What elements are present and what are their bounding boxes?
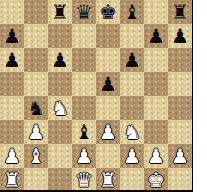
square-b7[interactable] (24, 24, 48, 48)
square-c3[interactable] (48, 120, 72, 144)
square-g4[interactable] (144, 96, 168, 120)
square-g6[interactable] (144, 48, 168, 72)
square-b3[interactable]: ♟ (24, 120, 48, 144)
square-g1[interactable]: ♚ (144, 168, 168, 192)
piece-white-pawn-e3: ♟ (96, 120, 120, 144)
piece-black-queen-d8: ♛ (72, 0, 96, 24)
piece-white-pawn-f2: ♟ (120, 144, 144, 168)
square-e4[interactable] (96, 96, 120, 120)
piece-black-pawn-g7: ♟ (144, 24, 168, 48)
piece-white-pawn-h2: ♟ (168, 144, 192, 168)
board-border-bottom (0, 190, 193, 192)
piece-black-pawn-h7: ♟ (168, 24, 192, 48)
piece-white-knight-c4: ♞ (48, 96, 72, 120)
piece-white-queen-d1: ♛ (72, 168, 96, 192)
square-h5[interactable] (168, 72, 192, 96)
square-a7[interactable]: ♟ (0, 24, 24, 48)
square-c1[interactable] (48, 168, 72, 192)
square-b5[interactable] (24, 72, 48, 96)
piece-black-pawn-e5: ♟ (96, 72, 120, 96)
square-h7[interactable]: ♟ (168, 24, 192, 48)
square-b2[interactable]: ♝ (24, 144, 48, 168)
piece-white-pawn-a2: ♟ (0, 144, 24, 168)
piece-white-pawn-d2: ♟ (72, 144, 96, 168)
square-b1[interactable] (24, 168, 48, 192)
square-d1[interactable]: ♛ (72, 168, 96, 192)
square-g3[interactable] (144, 120, 168, 144)
piece-black-king-e8: ♚ (96, 0, 120, 24)
piece-white-pawn-g2: ♟ (144, 144, 168, 168)
square-f5[interactable] (120, 72, 144, 96)
square-f8[interactable]: ♝ (120, 0, 144, 24)
square-c8[interactable]: ♜ (48, 0, 72, 24)
square-c4[interactable]: ♞ (48, 96, 72, 120)
square-f7[interactable] (120, 24, 144, 48)
piece-white-bishop-b2: ♝ (24, 144, 48, 168)
square-g5[interactable] (144, 72, 168, 96)
square-c6[interactable]: ♟ (48, 48, 72, 72)
piece-black-pawn-a6: ♟ (0, 48, 24, 72)
square-b6[interactable] (24, 48, 48, 72)
square-h6[interactable] (168, 48, 192, 72)
square-f4[interactable] (120, 96, 144, 120)
square-e7[interactable] (96, 24, 120, 48)
square-d3[interactable]: ♝ (72, 120, 96, 144)
square-d6[interactable] (72, 48, 96, 72)
square-a3[interactable] (0, 120, 24, 144)
square-d5[interactable] (72, 72, 96, 96)
square-f1[interactable] (120, 168, 144, 192)
square-a8[interactable] (0, 0, 24, 24)
square-d2[interactable]: ♟ (72, 144, 96, 168)
square-e2[interactable] (96, 144, 120, 168)
chess-app-window: ♜♛♚♝♜♟♟♟♟♟♟♟♞♞♟♝♟♞♟♝♟♟♟♟♜♛♜♚ (0, 0, 207, 192)
square-a1[interactable]: ♜ (0, 168, 24, 192)
square-b4[interactable]: ♞ (24, 96, 48, 120)
square-f6[interactable]: ♟ (120, 48, 144, 72)
piece-white-king-g1: ♚ (144, 168, 168, 192)
square-f2[interactable]: ♟ (120, 144, 144, 168)
piece-black-knight-b4: ♞ (24, 96, 48, 120)
piece-white-pawn-b3: ♟ (24, 120, 48, 144)
board-right-margin (193, 0, 207, 192)
square-e5[interactable]: ♟ (96, 72, 120, 96)
piece-black-rook-c8: ♜ (48, 0, 72, 24)
square-b8[interactable] (24, 0, 48, 24)
square-c7[interactable] (48, 24, 72, 48)
square-a6[interactable]: ♟ (0, 48, 24, 72)
piece-white-rook-e1: ♜ (96, 168, 120, 192)
square-e1[interactable]: ♜ (96, 168, 120, 192)
square-g2[interactable]: ♟ (144, 144, 168, 168)
piece-white-rook-a1: ♜ (0, 168, 24, 192)
square-g8[interactable] (144, 0, 168, 24)
square-h2[interactable]: ♟ (168, 144, 192, 168)
square-f3[interactable]: ♞ (120, 120, 144, 144)
square-h8[interactable]: ♜ (168, 0, 192, 24)
piece-black-pawn-a7: ♟ (0, 24, 24, 48)
square-h4[interactable] (168, 96, 192, 120)
square-g7[interactable]: ♟ (144, 24, 168, 48)
square-e6[interactable] (96, 48, 120, 72)
square-e3[interactable]: ♟ (96, 120, 120, 144)
square-a5[interactable] (0, 72, 24, 96)
square-c2[interactable] (48, 144, 72, 168)
piece-black-pawn-c6: ♟ (48, 48, 72, 72)
square-c5[interactable] (48, 72, 72, 96)
piece-black-bishop-f8: ♝ (120, 0, 144, 24)
piece-black-pawn-f6: ♟ (120, 48, 144, 72)
square-e8[interactable]: ♚ (96, 0, 120, 24)
square-a2[interactable]: ♟ (0, 144, 24, 168)
square-d8[interactable]: ♛ (72, 0, 96, 24)
chess-board: ♜♛♚♝♜♟♟♟♟♟♟♟♞♞♟♝♟♞♟♝♟♟♟♟♜♛♜♚ (0, 0, 192, 192)
square-d7[interactable] (72, 24, 96, 48)
piece-black-rook-h8: ♜ (168, 0, 192, 24)
square-h1[interactable] (168, 168, 192, 192)
square-d4[interactable] (72, 96, 96, 120)
square-h3[interactable] (168, 120, 192, 144)
piece-black-bishop-d3: ♝ (72, 120, 96, 144)
square-a4[interactable] (0, 96, 24, 120)
piece-white-knight-f3: ♞ (120, 120, 144, 144)
